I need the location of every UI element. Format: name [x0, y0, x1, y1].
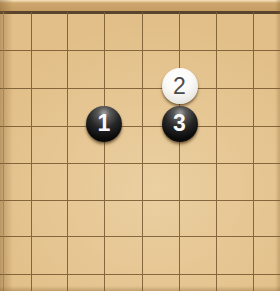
board-intersection-cell[interactable] — [67, 163, 104, 200]
board-intersection-cell[interactable] — [3, 126, 31, 164]
board-intersection-cell[interactable] — [67, 126, 104, 164]
board-grid — [0, 0, 280, 291]
board-intersection-cell[interactable] — [31, 11, 67, 50]
board-intersection-cell[interactable] — [67, 88, 104, 126]
board-intersection-cell[interactable] — [253, 274, 280, 291]
board-intersection-cell[interactable] — [104, 200, 142, 236]
board-intersection-cell[interactable] — [179, 163, 216, 200]
board-intersection-cell[interactable] — [142, 88, 180, 126]
board-intersection-cell[interactable] — [104, 163, 142, 200]
board-intersection-cell[interactable] — [31, 50, 67, 88]
board-intersection-cell[interactable] — [142, 200, 180, 236]
board-intersection-cell[interactable] — [67, 274, 104, 291]
board-intersection-cell[interactable] — [216, 11, 253, 50]
board-intersection-cell[interactable] — [216, 163, 253, 200]
board-intersection-cell[interactable] — [179, 50, 216, 88]
board-intersection-cell[interactable] — [142, 126, 180, 164]
board-intersection-cell[interactable] — [216, 0, 253, 11]
board-intersection-cell[interactable] — [253, 236, 280, 274]
board-intersection-cell[interactable] — [3, 11, 31, 50]
board-intersection-cell[interactable] — [31, 88, 67, 126]
board-intersection-cell[interactable] — [67, 50, 104, 88]
board-intersection-cell[interactable] — [3, 163, 31, 200]
board-intersection-cell[interactable] — [67, 0, 104, 11]
board-intersection-cell[interactable] — [104, 236, 142, 274]
board-intersection-cell[interactable] — [31, 163, 67, 200]
board-intersection-cell[interactable] — [67, 236, 104, 274]
board-intersection-cell[interactable] — [31, 236, 67, 274]
board-intersection-cell[interactable] — [104, 11, 142, 50]
go-board[interactable]: 132 — [0, 0, 280, 291]
board-intersection-cell[interactable] — [104, 126, 142, 164]
board-intersection-cell[interactable] — [253, 0, 280, 11]
board-intersection-cell[interactable] — [142, 163, 180, 200]
board-intersection-cell[interactable] — [253, 50, 280, 88]
board-intersection-cell[interactable] — [253, 11, 280, 50]
board-intersection-cell[interactable] — [142, 0, 180, 11]
go-app-board-view: 132 — [0, 0, 280, 291]
board-intersection-cell[interactable] — [142, 236, 180, 274]
board-intersection-cell[interactable] — [3, 236, 31, 274]
board-intersection-cell[interactable] — [3, 200, 31, 236]
board-intersection-cell[interactable] — [31, 274, 67, 291]
board-intersection-cell[interactable] — [31, 200, 67, 236]
board-intersection-cell[interactable] — [3, 0, 31, 11]
board-intersection-cell[interactable] — [179, 0, 216, 11]
board-intersection-cell[interactable] — [216, 274, 253, 291]
board-intersection-cell[interactable] — [31, 0, 67, 11]
board-intersection-cell[interactable] — [3, 274, 31, 291]
board-intersection-cell[interactable] — [179, 200, 216, 236]
board-intersection-cell[interactable] — [179, 88, 216, 126]
board-intersection-cell[interactable] — [179, 236, 216, 274]
board-intersection-cell[interactable] — [253, 126, 280, 164]
board-intersection-cell[interactable] — [104, 274, 142, 291]
board-intersection-cell[interactable] — [179, 274, 216, 291]
board-intersection-cell[interactable] — [216, 126, 253, 164]
board-intersection-cell[interactable] — [142, 11, 180, 50]
board-intersection-cell[interactable] — [142, 274, 180, 291]
board-intersection-cell[interactable] — [104, 0, 142, 11]
board-intersection-cell[interactable] — [216, 88, 253, 126]
board-intersection-cell[interactable] — [67, 200, 104, 236]
board-intersection-cell[interactable] — [104, 88, 142, 126]
board-intersection-cell[interactable] — [179, 126, 216, 164]
board-intersection-cell[interactable] — [216, 50, 253, 88]
board-intersection-cell[interactable] — [253, 88, 280, 126]
board-intersection-cell[interactable] — [3, 50, 31, 88]
board-intersection-cell[interactable] — [31, 126, 67, 164]
board-intersection-cell[interactable] — [104, 50, 142, 88]
board-intersection-cell[interactable] — [253, 200, 280, 236]
board-intersection-cell[interactable] — [216, 236, 253, 274]
board-intersection-cell[interactable] — [253, 163, 280, 200]
board-intersection-cell[interactable] — [67, 11, 104, 50]
board-intersection-cell[interactable] — [179, 11, 216, 50]
board-intersection-cell[interactable] — [142, 50, 180, 88]
board-intersection-cell[interactable] — [216, 200, 253, 236]
board-intersection-cell[interactable] — [3, 88, 31, 126]
